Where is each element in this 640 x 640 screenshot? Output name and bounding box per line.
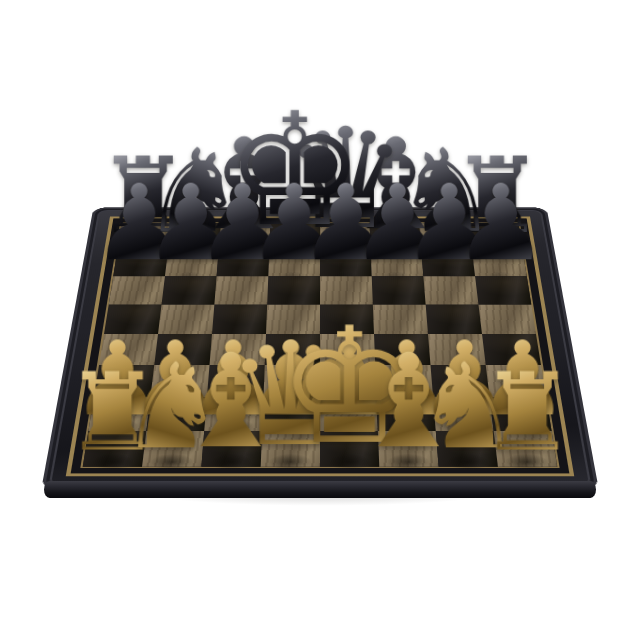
square-g6 bbox=[423, 276, 478, 304]
square-h6 bbox=[475, 276, 531, 304]
square-a6 bbox=[109, 276, 165, 304]
square-h1: ♜ bbox=[494, 431, 558, 467]
brass-rook-h1: ♜ bbox=[479, 358, 575, 466]
brass-inlay-border: ♜♞♝♚♛♝♞♜♟♟♟♟♟♟♟♟♟♟♟♟♟♟♟♟♜♞♝♛♚♝♞♜ bbox=[66, 217, 574, 477]
black-pawn-h7: ♟ bbox=[454, 171, 548, 276]
chess-board: ♜♞♝♚♛♝♞♜♟♟♟♟♟♟♟♟♟♟♟♟♟♟♟♟♜♞♝♛♚♝♞♜ bbox=[83, 223, 557, 467]
chess-scene: ♜♞♝♚♛♝♞♜♟♟♟♟♟♟♟♟♟♟♟♟♟♟♟♟♜♞♝♛♚♝♞♜ bbox=[70, 84, 570, 584]
board-plinth: ♜♞♝♚♛♝♞♜♟♟♟♟♟♟♟♟♟♟♟♟♟♟♟♟♜♞♝♛♚♝♞♜ bbox=[41, 207, 599, 490]
plinth-front-molding bbox=[44, 481, 596, 498]
square-h7: ♟ bbox=[472, 249, 527, 276]
product-photo: ♜♞♝♚♛♝♞♜♟♟♟♟♟♟♟♟♟♟♟♟♟♟♟♟♜♞♝♛♚♝♞♜ bbox=[0, 0, 640, 640]
square-c6 bbox=[214, 276, 268, 304]
square-b6 bbox=[162, 276, 217, 304]
